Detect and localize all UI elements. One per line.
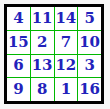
cell-r1c2: 11: [31, 7, 54, 30]
cell-r2c1: 15: [7, 31, 30, 54]
cell-r3c4: 3: [78, 55, 101, 78]
magic-square-board: 4 11 14 5 15 2 7 10 6 13 12 3 9 8 1 16: [4, 4, 104, 104]
cell-r4c3: 1: [55, 78, 78, 101]
cell-r3c1: 6: [7, 55, 30, 78]
cell-r2c2: 2: [31, 31, 54, 54]
cell-r4c2: 8: [31, 78, 54, 101]
cell-r3c2: 13: [31, 55, 54, 78]
cell-r2c4: 10: [78, 31, 101, 54]
cell-r1c1: 4: [7, 7, 30, 30]
cell-r1c4: 5: [78, 7, 101, 30]
cell-r3c3: 12: [55, 55, 78, 78]
cell-r2c3: 7: [55, 31, 78, 54]
cell-r4c4: 16: [78, 78, 101, 101]
cell-r4c1: 9: [7, 78, 30, 101]
cell-r1c3: 14: [55, 7, 78, 30]
